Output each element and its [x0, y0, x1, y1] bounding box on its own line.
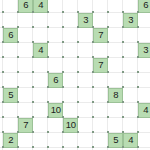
- grid-dot: [77, 101, 79, 103]
- clue-value: 4: [38, 0, 43, 10]
- grid-dot: [77, 131, 79, 133]
- grid-dot: [107, 11, 109, 13]
- grid-dot: [77, 41, 79, 43]
- grid-dot: [2, 11, 4, 13]
- grid-dot: [107, 131, 109, 133]
- grid-dot: [62, 11, 64, 13]
- grid-dot: [77, 86, 79, 88]
- grid-dot: [32, 41, 34, 43]
- grid-dot: [122, 41, 124, 43]
- grid-dot: [47, 146, 49, 148]
- grid-dot: [92, 146, 94, 148]
- clue-value: 10: [51, 105, 61, 115]
- grid-dot: [17, 71, 19, 73]
- grid-dot: [32, 101, 34, 103]
- clue-value: 6: [53, 75, 58, 85]
- grid-dot: [62, 86, 64, 88]
- grid-dot: [107, 26, 109, 28]
- grid-dot: [122, 116, 124, 118]
- grid-dot: [92, 101, 94, 103]
- grid-dot: [122, 101, 124, 103]
- grid-dot: [62, 131, 64, 133]
- grid-dot: [2, 146, 4, 148]
- grid-dot: [47, 11, 49, 13]
- puzzle-board: 6463367437658104710254: [0, 0, 150, 150]
- grid-dot: [2, 41, 4, 43]
- grid-dot: [137, 41, 139, 43]
- grid-dot: [107, 146, 109, 148]
- clue-value: 7: [23, 120, 28, 130]
- clue-value: 6: [8, 30, 13, 40]
- grid-dot: [107, 86, 109, 88]
- grid-dot: [62, 26, 64, 28]
- grid-dot: [107, 116, 109, 118]
- grid-dot: [62, 71, 64, 73]
- grid-dot: [32, 11, 34, 13]
- grid-dot: [137, 11, 139, 13]
- grid-dot: [92, 11, 94, 13]
- grid-dot: [2, 131, 4, 133]
- clue-cell[interactable]: 6: [138, 0, 150, 13]
- grid-dot: [17, 56, 19, 58]
- grid-dot: [2, 101, 4, 103]
- grid-dot: [47, 41, 49, 43]
- grid-dot: [2, 71, 4, 73]
- grid-dot: [32, 146, 34, 148]
- grid-dot: [62, 56, 64, 58]
- grid-dot: [2, 56, 4, 58]
- grid-dot: [17, 86, 19, 88]
- grid-dot: [17, 11, 19, 13]
- grid-dot: [32, 71, 34, 73]
- grid-dot: [32, 56, 34, 58]
- grid-dot: [137, 146, 139, 148]
- grid-dot: [122, 131, 124, 133]
- grid-dot: [77, 26, 79, 28]
- grid-dot: [47, 71, 49, 73]
- grid-dot: [92, 56, 94, 58]
- grid-dot: [32, 26, 34, 28]
- grid-dot: [47, 26, 49, 28]
- grid-dot: [122, 86, 124, 88]
- grid-dot: [92, 26, 94, 28]
- grid-dot: [77, 71, 79, 73]
- grid-dot: [17, 26, 19, 28]
- grid-dot: [107, 56, 109, 58]
- clue-value: 6: [143, 0, 148, 10]
- puzzle-grid[interactable]: 6463367437658104710254: [0, 0, 150, 150]
- grid-dot: [122, 56, 124, 58]
- clue-value: 8: [113, 90, 118, 100]
- grid-dot: [32, 131, 34, 133]
- clue-cell[interactable]: 3: [138, 43, 150, 58]
- grid-dot: [107, 101, 109, 103]
- grid-dot: [137, 116, 139, 118]
- grid-dot: [47, 86, 49, 88]
- grid-dot: [77, 11, 79, 13]
- clue-value: 2: [8, 135, 13, 145]
- clue-value: 4: [38, 45, 43, 55]
- grid-dot: [62, 146, 64, 148]
- grid-dot: [137, 26, 139, 28]
- clue-value: 4: [143, 105, 148, 115]
- grid-dot: [32, 116, 34, 118]
- grid-dot: [62, 41, 64, 43]
- clue-value: 10: [66, 120, 76, 130]
- grid-dot: [122, 26, 124, 28]
- grid-dot: [122, 11, 124, 13]
- grid-dot: [17, 41, 19, 43]
- clue-value: 5: [113, 135, 118, 145]
- grid-dot: [92, 71, 94, 73]
- grid-dot: [137, 86, 139, 88]
- grid-dot: [2, 86, 4, 88]
- clue-value: 7: [98, 30, 103, 40]
- clue-cell[interactable]: 4: [138, 103, 150, 118]
- grid-dot: [92, 131, 94, 133]
- grid-dot: [77, 56, 79, 58]
- grid-dot: [137, 131, 139, 133]
- grid-dot: [137, 56, 139, 58]
- grid-dot: [107, 41, 109, 43]
- grid-dot: [32, 86, 34, 88]
- clue-value: 5: [8, 90, 13, 100]
- grid-dot: [122, 71, 124, 73]
- grid-dot: [17, 146, 19, 148]
- grid-dot: [62, 116, 64, 118]
- grid-dot: [47, 116, 49, 118]
- grid-dot: [62, 101, 64, 103]
- grid-dot: [92, 41, 94, 43]
- clue-value: 3: [143, 45, 148, 55]
- grid-dot: [107, 71, 109, 73]
- grid-dot: [137, 101, 139, 103]
- grid-dot: [47, 101, 49, 103]
- grid-dot: [2, 26, 4, 28]
- clue-value: 4: [128, 135, 133, 145]
- grid-dot: [122, 146, 124, 148]
- grid-dot: [77, 116, 79, 118]
- clue-value: 7: [98, 60, 103, 70]
- clue-value: 3: [83, 15, 88, 25]
- clue-value: 6: [23, 0, 28, 10]
- grid-dot: [17, 116, 19, 118]
- clue-value: 3: [128, 15, 133, 25]
- grid-dot: [137, 71, 139, 73]
- grid-dot: [47, 56, 49, 58]
- grid-dot: [17, 131, 19, 133]
- grid-dot: [2, 116, 4, 118]
- grid-dot: [92, 86, 94, 88]
- grid-dot: [92, 116, 94, 118]
- grid-dot: [17, 101, 19, 103]
- grid-dot: [47, 131, 49, 133]
- grid-dot: [77, 146, 79, 148]
